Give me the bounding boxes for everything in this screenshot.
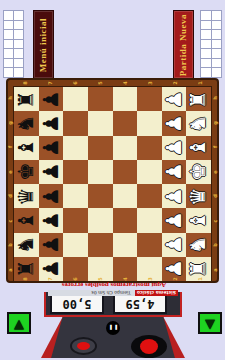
board-squares: ♜♟♟♜♞♟♟♞♝♟♟♝♚♟♟♚♛♟♟♛♝♟♟♝♞♟♟♞♜♟♟♜ bbox=[13, 86, 212, 282]
move-table-cell bbox=[14, 68, 24, 78]
board-square[interactable]: ♟ bbox=[39, 160, 64, 184]
board-square[interactable] bbox=[137, 136, 162, 160]
board-square[interactable] bbox=[113, 208, 138, 232]
white-queen-piece: ♛ bbox=[188, 187, 209, 206]
lcd-display-right: 5,00 bbox=[50, 294, 104, 314]
coordinate-label: b bbox=[7, 243, 13, 247]
board-square[interactable] bbox=[113, 184, 138, 208]
up-arrow-icon: ▲ bbox=[14, 317, 24, 330]
board-square[interactable]: ♟ bbox=[39, 136, 64, 160]
board-square[interactable]: ♛ bbox=[14, 184, 39, 208]
clock-system-badge: Sistema clásico bbox=[135, 290, 178, 296]
board-square[interactable]: ♛ bbox=[186, 184, 211, 208]
board-square[interactable] bbox=[113, 87, 138, 111]
move-table-cell bbox=[201, 59, 212, 69]
white-rook-piece: ♜ bbox=[188, 90, 209, 109]
coordinate-label: 6 bbox=[72, 277, 78, 280]
coordinate-label: e bbox=[7, 170, 13, 173]
plunger-red-dome bbox=[140, 339, 158, 354]
clock-plunger-raised[interactable] bbox=[70, 337, 97, 355]
move-table-cell bbox=[4, 21, 14, 31]
board-square[interactable]: ♞ bbox=[14, 111, 39, 135]
board-square[interactable] bbox=[113, 160, 138, 184]
black-pawn-piece: ♟ bbox=[40, 211, 61, 230]
menu-button[interactable]: Menú inicial bbox=[33, 10, 54, 79]
move-table-cell bbox=[201, 21, 212, 31]
white-pawn-piece: ♟ bbox=[164, 114, 185, 133]
board-square[interactable]: ♝ bbox=[14, 136, 39, 160]
board-square[interactable]: ♟ bbox=[39, 87, 64, 111]
move-table-left bbox=[3, 10, 24, 78]
board-square[interactable]: ♚ bbox=[186, 160, 211, 184]
move-table-cell bbox=[14, 40, 24, 50]
coordinate-label: c bbox=[7, 219, 13, 222]
board-square[interactable]: ♝ bbox=[14, 208, 39, 232]
move-table-cell bbox=[4, 30, 14, 40]
board-square[interactable]: ♞ bbox=[186, 111, 211, 135]
board-square[interactable] bbox=[88, 233, 113, 257]
coordinate-label: g bbox=[7, 121, 13, 125]
move-table-cell bbox=[14, 21, 24, 31]
board-square[interactable]: ♟ bbox=[162, 136, 187, 160]
board-square[interactable] bbox=[63, 208, 88, 232]
coordinate-label: 3 bbox=[147, 277, 153, 280]
move-table-cell bbox=[201, 40, 212, 50]
coordinate-label: 8 bbox=[22, 81, 28, 84]
chess-clock: ❚❚ 4,59 5,00 Sistema clásico Tiempo Ch 5… bbox=[37, 292, 189, 358]
board-square[interactable]: ♟ bbox=[162, 111, 187, 135]
coordinate-label: 1 bbox=[197, 277, 203, 280]
move-table-cell bbox=[201, 49, 212, 59]
move-table-cell bbox=[4, 49, 14, 59]
coordinate-label: f bbox=[212, 146, 218, 148]
white-rook-piece: ♜ bbox=[188, 259, 209, 278]
move-table-cell bbox=[4, 59, 14, 69]
scroll-down-button[interactable]: ▼ bbox=[198, 312, 222, 334]
board-square[interactable]: ♟ bbox=[162, 208, 187, 232]
menu-button-label: Menú inicial bbox=[39, 17, 49, 71]
move-table-cell bbox=[212, 40, 223, 50]
black-bishop-piece: ♝ bbox=[16, 138, 37, 157]
coordinate-label: 2 bbox=[172, 81, 178, 84]
move-table-cell bbox=[212, 30, 223, 40]
black-bishop-piece: ♝ bbox=[16, 211, 37, 230]
black-king-piece: ♚ bbox=[16, 162, 37, 181]
board-square[interactable] bbox=[137, 111, 162, 135]
black-rook-piece: ♜ bbox=[16, 90, 37, 109]
move-table-cell bbox=[14, 30, 24, 40]
black-pawn-piece: ♟ bbox=[40, 235, 61, 254]
chess-app: Menú inicial Partida Nueva ♜♟♟♜♞♟♟♞♝♟♟♝♚… bbox=[0, 0, 225, 360]
board-square[interactable] bbox=[88, 111, 113, 135]
black-knight-piece: ♞ bbox=[16, 235, 37, 254]
board-square[interactable] bbox=[88, 136, 113, 160]
white-pawn-piece: ♟ bbox=[164, 235, 185, 254]
coordinate-label: c bbox=[212, 219, 218, 222]
error-message: Aquí mostraremos posibles errores bbox=[35, 281, 193, 289]
black-pawn-piece: ♟ bbox=[40, 114, 61, 133]
clock-display-panel: 4,59 5,00 Sistema clásico Tiempo Ch 5m 0… bbox=[44, 292, 182, 317]
coordinate-label: 7 bbox=[47, 81, 53, 84]
board-square[interactable] bbox=[137, 160, 162, 184]
down-arrow-icon: ▼ bbox=[205, 317, 215, 330]
board-square[interactable]: ♟ bbox=[39, 184, 64, 208]
move-table-cell bbox=[14, 59, 24, 69]
coordinate-label: 8 bbox=[22, 277, 28, 280]
white-knight-piece: ♞ bbox=[188, 235, 209, 254]
board-square[interactable]: ♟ bbox=[39, 208, 64, 232]
white-pawn-piece: ♟ bbox=[164, 259, 185, 278]
move-table-cell bbox=[201, 30, 212, 40]
board-square[interactable] bbox=[113, 136, 138, 160]
black-queen-piece: ♛ bbox=[16, 187, 37, 206]
board-square[interactable]: ♟ bbox=[162, 87, 187, 111]
move-table-right bbox=[200, 10, 222, 78]
white-bishop-piece: ♝ bbox=[188, 138, 209, 157]
board-square[interactable]: ♜ bbox=[186, 87, 211, 111]
coordinate-label: 6 bbox=[72, 81, 78, 84]
board-square[interactable]: ♟ bbox=[39, 111, 64, 135]
black-pawn-piece: ♟ bbox=[40, 90, 61, 109]
board-square[interactable] bbox=[113, 111, 138, 135]
black-pawn-piece: ♟ bbox=[40, 162, 61, 181]
board-square[interactable] bbox=[63, 233, 88, 257]
board-square[interactable]: ♟ bbox=[162, 160, 187, 184]
board-square[interactable]: ♞ bbox=[186, 233, 211, 257]
plunger-red-dome bbox=[77, 342, 90, 350]
board-square[interactable]: ♞ bbox=[14, 233, 39, 257]
black-pawn-piece: ♟ bbox=[40, 138, 61, 157]
coordinate-label: 5 bbox=[97, 81, 103, 84]
board-square[interactable]: ♚ bbox=[14, 160, 39, 184]
new-game-button[interactable]: Partida Nueva bbox=[173, 10, 194, 79]
move-table-cell bbox=[4, 40, 14, 50]
board-square[interactable]: ♟ bbox=[162, 233, 187, 257]
coordinate-label: 4 bbox=[122, 81, 128, 84]
pause-icon: ❚❚ bbox=[108, 325, 118, 331]
coordinate-label: 4 bbox=[122, 277, 128, 280]
coordinate-label: e bbox=[212, 170, 218, 173]
clock-plunger-pressed[interactable] bbox=[131, 335, 167, 358]
board-square[interactable] bbox=[63, 136, 88, 160]
board-square[interactable] bbox=[63, 184, 88, 208]
move-table-cell bbox=[14, 49, 24, 59]
new-game-button-label: Partida Nueva bbox=[179, 13, 189, 75]
board-square[interactable] bbox=[63, 160, 88, 184]
move-table-cell bbox=[201, 11, 212, 21]
coordinate-label: g bbox=[212, 121, 218, 125]
board-square[interactable]: ♝ bbox=[186, 208, 211, 232]
move-table-cell bbox=[4, 68, 14, 78]
white-king-piece: ♚ bbox=[188, 162, 209, 181]
coordinate-label: h bbox=[212, 96, 218, 100]
board-square[interactable] bbox=[88, 208, 113, 232]
black-pawn-piece: ♟ bbox=[40, 259, 61, 278]
board-square[interactable] bbox=[137, 208, 162, 232]
white-pawn-piece: ♟ bbox=[164, 211, 185, 230]
white-pawn-piece: ♟ bbox=[164, 187, 185, 206]
move-table-cell bbox=[212, 68, 223, 78]
board-square[interactable] bbox=[137, 87, 162, 111]
coordinate-label: 2 bbox=[172, 277, 178, 280]
board-square[interactable]: ♟ bbox=[39, 233, 64, 257]
board-square[interactable]: ♟ bbox=[162, 184, 187, 208]
board-square[interactable] bbox=[137, 184, 162, 208]
lcd-display-left: 4,59 bbox=[113, 294, 167, 314]
coordinate-label: 3 bbox=[147, 81, 153, 84]
coordinate-label: 1 bbox=[197, 81, 203, 84]
coordinate-label: b bbox=[212, 243, 218, 247]
move-table-cell bbox=[212, 11, 223, 21]
white-pawn-piece: ♟ bbox=[164, 138, 185, 157]
move-table-cell bbox=[212, 21, 223, 31]
coordinate-label: 7 bbox=[47, 277, 53, 280]
board-square[interactable] bbox=[113, 233, 138, 257]
board-square[interactable] bbox=[63, 111, 88, 135]
clock-info-strip: Sistema clásico Tiempo Ch 5m 0s bbox=[48, 290, 178, 296]
black-rook-piece: ♜ bbox=[16, 259, 37, 278]
coordinate-label: d bbox=[7, 194, 13, 198]
move-table-cell bbox=[4, 11, 14, 21]
board-square[interactable] bbox=[63, 87, 88, 111]
board-square[interactable] bbox=[137, 233, 162, 257]
coordinate-label: f bbox=[7, 146, 13, 148]
board-square[interactable] bbox=[88, 184, 113, 208]
board-square[interactable]: ♜ bbox=[14, 87, 39, 111]
board-square[interactable] bbox=[88, 160, 113, 184]
board-frame: ♜♟♟♜♞♟♟♞♝♟♟♝♚♟♟♚♛♟♟♛♝♟♟♝♞♟♟♞♜♟♟♜ 8877665… bbox=[6, 78, 219, 283]
coordinate-label: a bbox=[7, 268, 13, 271]
pause-button[interactable]: ❚❚ bbox=[106, 321, 120, 335]
move-table-cell bbox=[212, 49, 223, 59]
coordinate-label: h bbox=[7, 96, 13, 100]
move-table-cell bbox=[14, 11, 24, 21]
coordinate-label: 5 bbox=[97, 277, 103, 280]
board-square[interactable] bbox=[88, 87, 113, 111]
white-pawn-piece: ♟ bbox=[164, 162, 185, 181]
white-bishop-piece: ♝ bbox=[188, 211, 209, 230]
coordinate-label: a bbox=[212, 268, 218, 271]
white-knight-piece: ♞ bbox=[188, 114, 209, 133]
move-table-cell bbox=[212, 59, 223, 69]
move-table-cell bbox=[201, 68, 212, 78]
scroll-up-button[interactable]: ▲ bbox=[7, 312, 31, 334]
black-pawn-piece: ♟ bbox=[40, 187, 61, 206]
black-knight-piece: ♞ bbox=[16, 114, 37, 133]
board-square[interactable]: ♝ bbox=[186, 136, 211, 160]
white-pawn-piece: ♟ bbox=[164, 90, 185, 109]
clock-time-setting: Tiempo Ch 5m 0s bbox=[91, 291, 130, 296]
coordinate-label: d bbox=[212, 194, 218, 198]
